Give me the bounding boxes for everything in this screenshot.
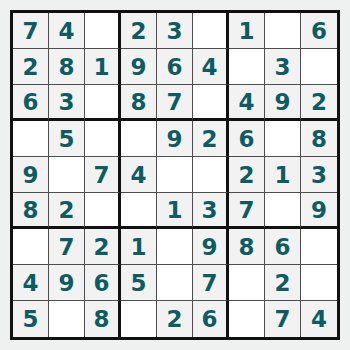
cell-r7c7-given: 8 (229, 229, 265, 265)
cell-r5c8-given: 1 (265, 157, 301, 193)
cell-r1c9-given: 6 (301, 13, 337, 49)
cell-r4c9-given: 8 (301, 121, 337, 157)
cell-r6c9-given: 9 (301, 193, 337, 229)
cell-r5c5-empty[interactable] (157, 157, 193, 193)
cell-r3c6-empty[interactable] (193, 85, 229, 121)
cell-r4c7-given: 6 (229, 121, 265, 157)
cell-r9c8-given: 7 (265, 301, 301, 337)
cell-r6c5-given: 1 (157, 193, 193, 229)
cell-r6c6-given: 3 (193, 193, 229, 229)
cell-r3c4-given: 8 (121, 85, 157, 121)
cell-r5c7-given: 2 (229, 157, 265, 193)
cell-r8c5-empty[interactable] (157, 265, 193, 301)
cell-r3c1-given: 6 (13, 85, 49, 121)
cell-r2c3-given: 1 (85, 49, 121, 85)
cell-r1c5-given: 3 (157, 13, 193, 49)
cell-r2c9-empty[interactable] (301, 49, 337, 85)
cell-r8c9-empty[interactable] (301, 265, 337, 301)
cell-r9c4-empty[interactable] (121, 301, 157, 337)
cell-r3c9-given: 2 (301, 85, 337, 121)
cell-r2c1-given: 2 (13, 49, 49, 85)
cell-r2c8-given: 3 (265, 49, 301, 85)
cell-r2c6-given: 4 (193, 49, 229, 85)
cell-r3c3-empty[interactable] (85, 85, 121, 121)
cell-r4c5-given: 9 (157, 121, 193, 157)
cell-r8c4-given: 5 (121, 265, 157, 301)
cell-r1c6-empty[interactable] (193, 13, 229, 49)
cell-r2c2-given: 8 (49, 49, 85, 85)
cell-r5c3-given: 7 (85, 157, 121, 193)
cell-r5c4-given: 4 (121, 157, 157, 193)
cell-r9c3-given: 8 (85, 301, 121, 337)
cell-r4c8-empty[interactable] (265, 121, 301, 157)
cell-r7c9-empty[interactable] (301, 229, 337, 265)
cell-r4c2-given: 5 (49, 121, 85, 157)
cell-r7c1-empty[interactable] (13, 229, 49, 265)
sudoku-board: 7423162819643638749259268974213821379721… (10, 10, 340, 340)
cell-r1c1-given: 7 (13, 13, 49, 49)
cell-r9c2-empty[interactable] (49, 301, 85, 337)
cell-r5c6-empty[interactable] (193, 157, 229, 193)
cell-r1c4-given: 2 (121, 13, 157, 49)
cell-r1c7-given: 1 (229, 13, 265, 49)
cell-r6c7-given: 7 (229, 193, 265, 229)
cell-r9c1-given: 5 (13, 301, 49, 337)
cell-r9c5-given: 2 (157, 301, 193, 337)
cell-r3c5-given: 7 (157, 85, 193, 121)
cell-r1c3-empty[interactable] (85, 13, 121, 49)
cell-r6c2-given: 2 (49, 193, 85, 229)
cell-r2c4-given: 9 (121, 49, 157, 85)
cell-r7c8-given: 6 (265, 229, 301, 265)
cell-r7c5-empty[interactable] (157, 229, 193, 265)
cell-r2c7-empty[interactable] (229, 49, 265, 85)
sudoku-page: 7423162819643638749259268974213821379721… (0, 0, 350, 350)
cell-r4c1-empty[interactable] (13, 121, 49, 157)
cell-r4c3-empty[interactable] (85, 121, 121, 157)
cell-r6c8-empty[interactable] (265, 193, 301, 229)
cell-r3c7-given: 4 (229, 85, 265, 121)
cell-r7c2-given: 7 (49, 229, 85, 265)
cell-r3c8-given: 9 (265, 85, 301, 121)
cell-r4c6-given: 2 (193, 121, 229, 157)
cell-r9c7-empty[interactable] (229, 301, 265, 337)
cell-r7c4-given: 1 (121, 229, 157, 265)
cell-r9c9-given: 4 (301, 301, 337, 337)
cell-r1c2-given: 4 (49, 13, 85, 49)
cell-r7c3-given: 2 (85, 229, 121, 265)
cell-r4c4-empty[interactable] (121, 121, 157, 157)
cell-r5c1-given: 9 (13, 157, 49, 193)
cell-r8c6-given: 7 (193, 265, 229, 301)
cell-r8c7-empty[interactable] (229, 265, 265, 301)
cell-r3c2-given: 3 (49, 85, 85, 121)
cell-r7c6-given: 9 (193, 229, 229, 265)
cell-r1c8-empty[interactable] (265, 13, 301, 49)
cell-r8c8-given: 2 (265, 265, 301, 301)
cell-r9c6-given: 6 (193, 301, 229, 337)
cell-r8c1-given: 4 (13, 265, 49, 301)
cell-r5c2-empty[interactable] (49, 157, 85, 193)
cell-r6c4-empty[interactable] (121, 193, 157, 229)
cell-r6c3-empty[interactable] (85, 193, 121, 229)
cell-r8c3-given: 6 (85, 265, 121, 301)
cell-r8c2-given: 9 (49, 265, 85, 301)
cell-r6c1-given: 8 (13, 193, 49, 229)
cell-r2c5-given: 6 (157, 49, 193, 85)
cell-r5c9-given: 3 (301, 157, 337, 193)
